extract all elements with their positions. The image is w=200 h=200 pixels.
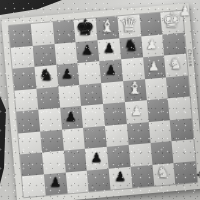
square-a5[interactable] xyxy=(14,88,38,111)
square-f2[interactable] xyxy=(128,143,152,166)
square-a3[interactable] xyxy=(18,131,42,154)
square-e7[interactable]: ♟ xyxy=(97,38,121,61)
square-g4[interactable] xyxy=(146,98,170,121)
square-a2[interactable] xyxy=(20,153,44,176)
white-pawn[interactable]: ♟ xyxy=(147,38,159,51)
square-e2[interactable] xyxy=(107,145,131,168)
black-pawn[interactable]: ♟ xyxy=(91,151,103,164)
board-brand-text: Chess xyxy=(187,49,195,67)
square-c4[interactable]: ♟ xyxy=(60,106,84,129)
square-g8[interactable] xyxy=(139,13,163,36)
square-h6[interactable]: ♞ xyxy=(164,54,188,77)
black-pawn[interactable]: ♟ xyxy=(62,67,74,80)
square-c3[interactable] xyxy=(62,127,86,150)
black-pawn[interactable]: ♟ xyxy=(105,63,117,76)
white-pawn[interactable]: ♟ xyxy=(148,59,160,72)
black-pawn[interactable]: ♟ xyxy=(103,42,115,55)
white-bishop[interactable]: ♝ xyxy=(127,80,142,97)
square-h4[interactable] xyxy=(168,96,192,119)
square-b6[interactable]: ♞ xyxy=(34,65,58,88)
white-knight[interactable]: ♞ xyxy=(156,165,170,181)
square-g2[interactable] xyxy=(150,141,174,164)
black-knight[interactable]: ♞ xyxy=(39,67,53,83)
square-g7[interactable]: ♟ xyxy=(141,34,165,57)
square-g5[interactable] xyxy=(144,77,168,100)
square-d6[interactable] xyxy=(78,61,102,84)
white-knight[interactable]: ♞ xyxy=(169,56,183,72)
square-a7[interactable] xyxy=(11,45,35,68)
square-g6[interactable]: ♟ xyxy=(143,55,167,78)
square-d5[interactable] xyxy=(79,83,103,106)
square-d4[interactable] xyxy=(81,104,105,127)
square-b3[interactable] xyxy=(40,129,64,152)
square-c8[interactable] xyxy=(52,20,76,43)
square-b2[interactable] xyxy=(42,151,66,174)
square-a8[interactable] xyxy=(9,24,33,47)
square-f7[interactable]: ♞ xyxy=(119,36,143,59)
square-e3[interactable] xyxy=(105,124,129,147)
white-pawn[interactable]: ♟ xyxy=(130,104,142,117)
square-h5[interactable] xyxy=(166,75,190,98)
square-c1[interactable] xyxy=(65,170,89,193)
square-e1[interactable]: ♟ xyxy=(109,166,133,189)
square-h7[interactable] xyxy=(162,32,186,55)
square-a6[interactable] xyxy=(13,67,37,90)
square-b4[interactable] xyxy=(38,108,62,131)
square-e6[interactable]: ♟ xyxy=(99,59,123,82)
square-b8[interactable] xyxy=(31,22,55,45)
white-pawn-offboard[interactable]: ♟ xyxy=(179,3,192,17)
square-c7[interactable] xyxy=(54,42,78,65)
square-g1[interactable]: ♞ xyxy=(152,163,176,186)
square-h1[interactable] xyxy=(174,161,198,184)
white-bishop[interactable]: ♝ xyxy=(100,18,115,35)
square-e4[interactable] xyxy=(103,102,127,125)
square-g3[interactable] xyxy=(148,120,172,143)
maker-emblem-icon: ❖ xyxy=(195,169,200,181)
square-b1[interactable]: ♟ xyxy=(44,172,68,195)
background-shadow-left xyxy=(0,96,8,188)
square-c6[interactable]: ♟ xyxy=(56,63,80,86)
black-pawn[interactable]: ♟ xyxy=(49,176,61,189)
black-knight[interactable]: ♞ xyxy=(124,38,138,54)
square-c2[interactable] xyxy=(63,149,87,172)
square-d8[interactable]: ♚ xyxy=(74,18,98,41)
black-king[interactable]: ♚ xyxy=(76,17,95,38)
square-a1[interactable] xyxy=(22,174,46,197)
square-d7[interactable]: ♟ xyxy=(76,40,100,63)
square-a4[interactable] xyxy=(16,110,40,133)
black-pawn[interactable]: ♟ xyxy=(65,110,77,123)
square-d1[interactable] xyxy=(87,168,111,191)
chessboard-photo: ♚♝♛♚♟♟♞♟♞♟♟♟♞♝♟♟♟♟♟♞ Chess ❖ ♟ xyxy=(0,0,200,200)
square-f1[interactable] xyxy=(130,164,154,187)
square-f4[interactable]: ♟ xyxy=(125,100,149,123)
board-grid: ♚♝♛♚♟♟♞♟♞♟♟♟♞♝♟♟♟♟♟♞ xyxy=(9,11,197,198)
black-pawn[interactable]: ♟ xyxy=(114,170,126,183)
square-e5[interactable] xyxy=(101,81,125,104)
square-b5[interactable] xyxy=(36,86,60,109)
square-f8[interactable]: ♛ xyxy=(117,15,141,38)
square-d2[interactable]: ♟ xyxy=(85,147,109,170)
square-h2[interactable] xyxy=(172,139,196,162)
square-e8[interactable]: ♝ xyxy=(96,16,120,39)
square-f5[interactable]: ♝ xyxy=(123,79,147,102)
square-d3[interactable] xyxy=(83,125,107,148)
black-pawn[interactable]: ♟ xyxy=(82,44,94,57)
square-b7[interactable] xyxy=(32,44,56,67)
square-c5[interactable] xyxy=(58,84,82,107)
square-f3[interactable] xyxy=(127,122,151,145)
chess-board: ♚♝♛♚♟♟♞♟♞♟♟♟♞♝♟♟♟♟♟♞ Chess ❖ ♟ xyxy=(1,3,200,200)
square-h3[interactable] xyxy=(170,118,194,141)
white-queen[interactable]: ♛ xyxy=(120,14,138,34)
